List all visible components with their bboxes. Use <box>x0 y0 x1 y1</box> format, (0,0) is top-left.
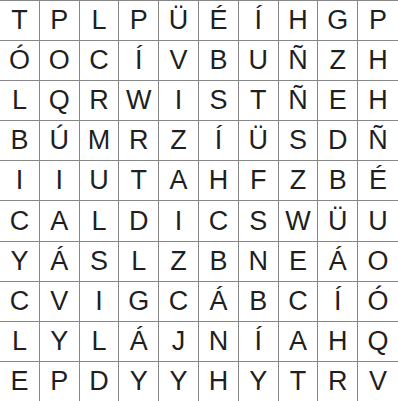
grid-cell[interactable]: Ó <box>358 282 398 322</box>
grid-cell[interactable]: L <box>0 81 40 121</box>
grid-cell[interactable]: B <box>318 161 358 201</box>
grid-cell[interactable]: I <box>159 81 199 121</box>
grid-cell[interactable]: Á <box>119 322 159 362</box>
grid-cell[interactable]: Z <box>279 161 319 201</box>
grid-cell[interactable]: Ü <box>318 201 358 241</box>
grid-cell[interactable]: N <box>239 242 279 282</box>
grid-cell[interactable]: Y <box>159 362 199 401</box>
grid-cell[interactable]: Y <box>0 242 40 282</box>
grid-cell[interactable]: Z <box>318 41 358 81</box>
grid-cell[interactable]: I <box>40 161 80 201</box>
grid-cell[interactable]: H <box>279 1 319 41</box>
grid-cell[interactable]: O <box>358 242 398 282</box>
grid-cell[interactable]: U <box>358 201 398 241</box>
grid-cell[interactable]: L <box>80 322 120 362</box>
grid-cell[interactable]: A <box>279 322 319 362</box>
grid-cell[interactable]: E <box>318 81 358 121</box>
grid-cell[interactable]: B <box>199 242 239 282</box>
grid-cell[interactable]: A <box>159 161 199 201</box>
grid-cell[interactable]: F <box>239 161 279 201</box>
grid-cell[interactable]: Ü <box>239 121 279 161</box>
grid-cell[interactable]: S <box>199 81 239 121</box>
grid-cell[interactable]: W <box>119 81 159 121</box>
grid-cell[interactable]: S <box>80 242 120 282</box>
grid-cell[interactable]: L <box>80 1 120 41</box>
grid-cell[interactable]: É <box>199 1 239 41</box>
grid-cell[interactable]: W <box>279 201 319 241</box>
grid-cell[interactable]: B <box>239 282 279 322</box>
grid-cell[interactable]: R <box>119 121 159 161</box>
grid-cell[interactable]: T <box>119 161 159 201</box>
grid-cell[interactable]: B <box>199 41 239 81</box>
grid-cell[interactable]: Ñ <box>279 81 319 121</box>
grid-cell[interactable]: Ñ <box>279 41 319 81</box>
grid-cell[interactable]: H <box>199 362 239 401</box>
grid-cell[interactable]: H <box>318 322 358 362</box>
grid-cell[interactable]: V <box>159 41 199 81</box>
grid-cell[interactable]: J <box>159 322 199 362</box>
grid-cell[interactable]: Z <box>159 121 199 161</box>
grid-cell[interactable]: O <box>40 41 80 81</box>
grid-cell[interactable]: Á <box>318 242 358 282</box>
grid-cell[interactable]: Ú <box>40 121 80 161</box>
grid-cell[interactable]: C <box>279 282 319 322</box>
grid-cell[interactable]: Q <box>40 81 80 121</box>
grid-cell[interactable]: Ü <box>159 1 199 41</box>
grid-cell[interactable]: R <box>80 81 120 121</box>
grid-cell[interactable]: R <box>318 362 358 401</box>
grid-cell[interactable]: D <box>119 201 159 241</box>
grid-cell[interactable]: S <box>279 121 319 161</box>
grid-cell[interactable]: D <box>318 121 358 161</box>
grid-cell[interactable]: T <box>279 362 319 401</box>
grid-cell[interactable]: Í <box>199 121 239 161</box>
grid-cell[interactable]: Ó <box>0 41 40 81</box>
grid-cell[interactable]: T <box>0 1 40 41</box>
grid-cell[interactable]: E <box>279 242 319 282</box>
grid-cell[interactable]: C <box>159 282 199 322</box>
grid-cell[interactable]: U <box>239 41 279 81</box>
grid-cell[interactable]: P <box>40 362 80 401</box>
grid-cell[interactable]: Í <box>239 1 279 41</box>
grid-cell[interactable]: H <box>358 41 398 81</box>
grid-cell[interactable]: Ñ <box>358 121 398 161</box>
grid-cell[interactable]: G <box>119 282 159 322</box>
grid-cell[interactable]: L <box>0 322 40 362</box>
grid-cell[interactable]: T <box>239 81 279 121</box>
grid-cell[interactable]: A <box>40 201 80 241</box>
grid-cell[interactable]: C <box>0 201 40 241</box>
grid-cell[interactable]: L <box>119 242 159 282</box>
grid-cell[interactable]: Í <box>318 282 358 322</box>
grid-cell[interactable]: V <box>358 362 398 401</box>
grid-cell[interactable]: L <box>80 201 120 241</box>
grid-cell[interactable]: Y <box>119 362 159 401</box>
grid-cell[interactable]: I <box>0 161 40 201</box>
grid-cell[interactable]: Q <box>358 322 398 362</box>
grid-cell[interactable]: I <box>159 201 199 241</box>
grid-cell[interactable]: D <box>80 362 120 401</box>
grid-cell[interactable]: B <box>0 121 40 161</box>
grid-cell[interactable]: Y <box>40 322 80 362</box>
grid-cell[interactable]: Í <box>119 41 159 81</box>
word-search-board: TPLPÜÉÍHGPÓOCÍVBUÑZHLQRWISTÑEHBÚMRZÍÜSDÑ… <box>0 0 398 401</box>
grid-cell[interactable]: G <box>318 1 358 41</box>
grid-cell[interactable]: Á <box>199 282 239 322</box>
grid-cell[interactable]: P <box>40 1 80 41</box>
grid-cell[interactable]: H <box>358 81 398 121</box>
grid-cell[interactable]: U <box>80 161 120 201</box>
grid-cell[interactable]: V <box>40 282 80 322</box>
grid-cell[interactable]: P <box>358 1 398 41</box>
grid-cell[interactable]: P <box>119 1 159 41</box>
grid-cell[interactable]: Á <box>40 242 80 282</box>
grid-cell[interactable]: C <box>199 201 239 241</box>
grid-cell[interactable]: E <box>0 362 40 401</box>
grid-cell[interactable]: N <box>199 322 239 362</box>
grid-cell[interactable]: M <box>80 121 120 161</box>
grid-cell[interactable]: S <box>239 201 279 241</box>
grid-cell[interactable]: É <box>358 161 398 201</box>
grid-cell[interactable]: I <box>80 282 120 322</box>
grid-cell[interactable]: Í <box>239 322 279 362</box>
grid-cell[interactable]: Y <box>239 362 279 401</box>
grid-cell[interactable]: C <box>80 41 120 81</box>
grid-cell[interactable]: Z <box>159 242 199 282</box>
grid-cell[interactable]: H <box>199 161 239 201</box>
grid-cell[interactable]: C <box>0 282 40 322</box>
